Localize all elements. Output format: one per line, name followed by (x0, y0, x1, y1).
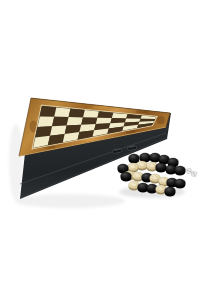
checker-piece-black (156, 163, 167, 173)
light-square (96, 118, 112, 124)
dark-square (52, 117, 69, 127)
light-square (38, 117, 55, 128)
light-square (54, 107, 70, 117)
checker-piece-black (129, 154, 140, 164)
dark-square (110, 118, 126, 123)
burl-grain (157, 116, 165, 124)
checker-top (140, 153, 151, 161)
scene-svg (0, 0, 200, 300)
die (186, 168, 191, 173)
case-shadow (15, 194, 125, 208)
checker-piece-black (175, 166, 186, 176)
checker-top (175, 166, 186, 174)
checker-piece-black (165, 187, 176, 197)
die-face (191, 171, 197, 177)
light-square (67, 117, 83, 125)
die-face (186, 168, 191, 173)
checker-top (175, 179, 186, 187)
checker-top (156, 163, 167, 171)
checker-top (118, 164, 129, 172)
product-photo-stage (0, 0, 200, 300)
checker-top (165, 187, 176, 195)
die (191, 171, 197, 177)
checker-top (129, 154, 140, 162)
checker-top (168, 158, 179, 166)
dark-square (81, 117, 97, 124)
checker-top (121, 172, 132, 180)
checker-top (128, 163, 139, 171)
checker-piece-black (175, 179, 186, 189)
case-shadow-left (9, 124, 23, 200)
dark-square (40, 106, 57, 117)
dark-square (69, 109, 85, 118)
burl-grain (92, 106, 108, 109)
checker-piece-black (121, 172, 132, 182)
burl-grain (136, 110, 148, 113)
